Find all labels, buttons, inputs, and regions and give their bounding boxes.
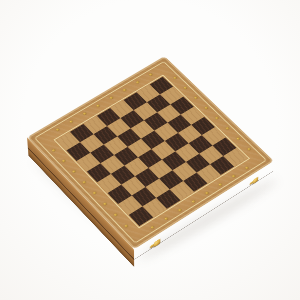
- brass-clasp-right: [250, 176, 259, 187]
- brass-dot-icon: [191, 200, 195, 203]
- brass-dot-icon: [172, 76, 176, 79]
- brass-dot-icon: [102, 202, 106, 205]
- product-photo-background: [0, 0, 300, 300]
- square-a6: [77, 153, 101, 172]
- chess-board-top: [27, 56, 274, 249]
- brass-dot-icon: [225, 127, 229, 130]
- square-b3: [121, 176, 145, 195]
- clasp-plate-icon: [253, 176, 259, 184]
- square-g1: [210, 156, 234, 175]
- square-b5: [100, 155, 124, 174]
- brass-dot-icon: [71, 170, 75, 173]
- brass-dot-icon: [68, 120, 72, 123]
- brass-dot-icon: [81, 180, 85, 183]
- brass-dot-icon: [109, 96, 113, 99]
- brass-dot-icon: [149, 226, 153, 230]
- square-c3: [135, 168, 159, 187]
- square-a2: [118, 195, 142, 215]
- square-f2: [186, 154, 210, 173]
- square-e1: [183, 173, 207, 192]
- brass-dot-icon: [235, 137, 239, 140]
- perspective-scene: [0, 0, 300, 300]
- square-c2: [145, 179, 169, 198]
- clasp-plate-icon: [154, 238, 161, 247]
- brass-dot-icon: [214, 116, 218, 119]
- square-d4: [138, 149, 162, 168]
- square-a4: [97, 174, 121, 193]
- square-d3: [148, 160, 172, 179]
- brass-dot-icon: [135, 81, 139, 84]
- square-a5: [87, 163, 111, 182]
- brass-clasp-left: [150, 237, 161, 250]
- square-e3: [162, 151, 186, 170]
- brass-dot-icon: [183, 86, 187, 89]
- square-e2: [173, 162, 197, 181]
- brass-dot-icon: [231, 174, 235, 177]
- brass-dot-icon: [123, 224, 127, 227]
- brass-dot-icon: [51, 149, 55, 152]
- square-f1: [197, 164, 221, 183]
- brass-dot-icon: [217, 183, 221, 186]
- brass-dot-icon: [122, 88, 126, 91]
- brass-dot-icon: [95, 104, 99, 107]
- brass-dot-icon: [55, 128, 59, 131]
- square-a1: [129, 206, 153, 226]
- square-c1: [156, 189, 180, 208]
- square-b2: [132, 187, 156, 206]
- brass-dot-icon: [246, 147, 250, 150]
- brass-dot-icon: [244, 166, 248, 169]
- brass-dot-icon: [163, 217, 167, 220]
- brass-dot-icon: [113, 213, 117, 216]
- square-a3: [108, 185, 132, 204]
- brass-dot-icon: [82, 112, 86, 115]
- square-d2: [159, 170, 183, 189]
- square-b4: [111, 166, 135, 185]
- brass-dot-icon: [177, 208, 181, 211]
- square-c5: [114, 147, 138, 166]
- brass-dot-icon: [203, 106, 207, 109]
- brass-dot-icon: [204, 191, 208, 194]
- square-b1: [142, 198, 166, 218]
- brass-dot-icon: [193, 96, 197, 99]
- brass-dot-icon: [61, 159, 65, 162]
- brass-dot-icon: [92, 191, 96, 194]
- brass-dot-icon: [148, 73, 152, 76]
- square-h1: [223, 148, 247, 167]
- square-c4: [124, 157, 148, 176]
- square-d1: [170, 181, 194, 200]
